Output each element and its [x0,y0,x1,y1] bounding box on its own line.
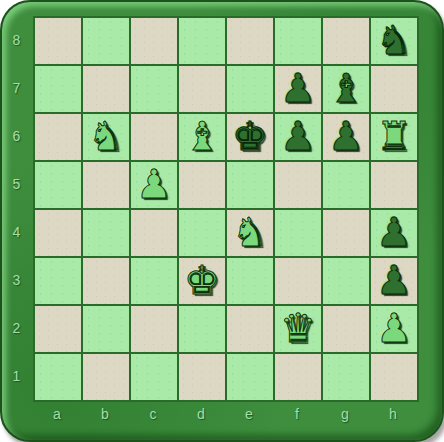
square-a2[interactable] [35,306,83,354]
piece-white-king[interactable]: ♚ [184,257,220,303]
square-d1[interactable] [179,354,227,402]
square-e8[interactable] [227,18,275,66]
square-e6[interactable]: ♚ [227,114,275,162]
square-h3[interactable]: ♟ [371,258,419,306]
square-h5[interactable] [371,162,419,210]
piece-white-queen[interactable]: ♛ [280,305,316,351]
square-e2[interactable] [227,306,275,354]
square-b3[interactable] [83,258,131,306]
square-d6[interactable]: ♝ [179,114,227,162]
square-b5[interactable] [83,162,131,210]
piece-white-pawn[interactable]: ♟ [376,305,412,351]
square-d8[interactable] [179,18,227,66]
square-e4[interactable]: ♞ [227,210,275,258]
file-labels: abcdefgh [33,401,417,427]
piece-black-king[interactable]: ♚ [232,113,268,159]
square-h6[interactable]: ♜ [371,114,419,162]
square-b6[interactable]: ♞ [83,114,131,162]
square-c5[interactable]: ♟ [131,162,179,210]
square-c4[interactable] [131,210,179,258]
rank-label-3: 3 [0,256,33,304]
square-d3[interactable]: ♚ [179,258,227,306]
square-d4[interactable] [179,210,227,258]
square-b7[interactable] [83,66,131,114]
rank-label-6: 6 [0,112,33,160]
square-a7[interactable] [35,66,83,114]
square-c7[interactable] [131,66,179,114]
square-h7[interactable] [371,66,419,114]
square-g6[interactable]: ♟ [323,114,371,162]
square-d7[interactable] [179,66,227,114]
piece-white-knight[interactable]: ♞ [232,209,268,255]
square-g2[interactable] [323,306,371,354]
piece-black-pawn[interactable]: ♟ [376,257,412,303]
square-f1[interactable] [275,354,323,402]
file-label-a: a [33,401,81,427]
board-grid: ♞♟♝♞♝♚♟♟♜♟♞♟♚♟♛♟ [33,16,419,402]
file-label-h: h [369,401,417,427]
square-h1[interactable] [371,354,419,402]
square-a6[interactable] [35,114,83,162]
square-d2[interactable] [179,306,227,354]
piece-black-pawn[interactable]: ♟ [328,113,364,159]
square-f3[interactable] [275,258,323,306]
rank-label-4: 4 [0,208,33,256]
chess-board-window: 87654321 ♞♟♝♞♝♚♟♟♜♟♞♟♚♟♛♟ abcdefgh [0,0,444,442]
square-c6[interactable] [131,114,179,162]
file-label-e: e [225,401,273,427]
rank-label-7: 7 [0,64,33,112]
rank-label-8: 8 [0,16,33,64]
piece-white-bishop[interactable]: ♝ [184,113,220,159]
piece-white-rook[interactable]: ♜ [376,113,412,159]
square-g8[interactable] [323,18,371,66]
file-label-b: b [81,401,129,427]
square-h4[interactable]: ♟ [371,210,419,258]
rank-label-5: 5 [0,160,33,208]
square-b2[interactable] [83,306,131,354]
piece-white-pawn[interactable]: ♟ [136,161,172,207]
square-f7[interactable]: ♟ [275,66,323,114]
square-g4[interactable] [323,210,371,258]
rank-label-2: 2 [0,304,33,352]
piece-white-knight[interactable]: ♞ [88,113,124,159]
file-label-f: f [273,401,321,427]
square-a3[interactable] [35,258,83,306]
square-c8[interactable] [131,18,179,66]
square-f6[interactable]: ♟ [275,114,323,162]
square-a1[interactable] [35,354,83,402]
square-e1[interactable] [227,354,275,402]
square-e3[interactable] [227,258,275,306]
piece-black-pawn[interactable]: ♟ [280,65,316,111]
square-c2[interactable] [131,306,179,354]
square-f4[interactable] [275,210,323,258]
square-f5[interactable] [275,162,323,210]
square-f2[interactable]: ♛ [275,306,323,354]
piece-black-knight[interactable]: ♞ [376,17,412,63]
piece-black-pawn[interactable]: ♟ [280,113,316,159]
square-g3[interactable] [323,258,371,306]
square-c1[interactable] [131,354,179,402]
square-c3[interactable] [131,258,179,306]
rank-labels: 87654321 [0,16,33,400]
file-label-c: c [129,401,177,427]
square-e5[interactable] [227,162,275,210]
square-h8[interactable]: ♞ [371,18,419,66]
file-label-g: g [321,401,369,427]
file-label-d: d [177,401,225,427]
square-a8[interactable] [35,18,83,66]
square-f8[interactable] [275,18,323,66]
square-g1[interactable] [323,354,371,402]
square-g7[interactable]: ♝ [323,66,371,114]
square-e7[interactable] [227,66,275,114]
square-g5[interactable] [323,162,371,210]
square-d5[interactable] [179,162,227,210]
square-b1[interactable] [83,354,131,402]
square-b8[interactable] [83,18,131,66]
square-a5[interactable] [35,162,83,210]
rank-label-1: 1 [0,352,33,400]
square-a4[interactable] [35,210,83,258]
square-b4[interactable] [83,210,131,258]
piece-black-bishop[interactable]: ♝ [328,65,364,111]
piece-black-pawn[interactable]: ♟ [376,209,412,255]
square-h2[interactable]: ♟ [371,306,419,354]
